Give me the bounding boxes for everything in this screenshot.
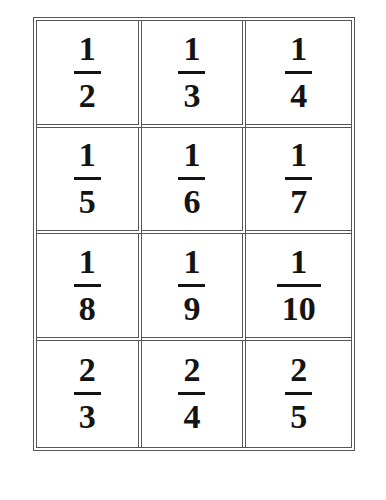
fraction-denominator: 4 — [290, 79, 307, 113]
flashcard-sheet: 1 2 1 3 1 4 1 5 — [0, 0, 386, 500]
fraction-bar — [74, 284, 101, 287]
fraction-card: 1 10 — [246, 234, 351, 341]
fraction-numerator: 1 — [79, 138, 96, 172]
flashcard-grid: 1 2 1 3 1 4 1 5 — [33, 17, 355, 451]
fraction-bar — [285, 177, 312, 180]
fraction-card: 2 3 — [37, 341, 142, 448]
fraction: 2 4 — [183, 353, 200, 434]
fraction-numerator: 2 — [183, 353, 200, 387]
fraction-bar — [178, 392, 205, 395]
fraction-denominator: 3 — [79, 400, 96, 434]
fraction-card: 1 5 — [37, 128, 142, 235]
fraction-denominator: 3 — [183, 79, 200, 113]
fraction-numerator: 1 — [290, 245, 307, 279]
fraction-numerator: 1 — [290, 138, 307, 172]
fraction-bar — [285, 392, 312, 395]
fraction-card: 1 7 — [246, 128, 351, 235]
fraction: 1 6 — [183, 138, 200, 219]
fraction-bar — [285, 71, 312, 74]
fraction-bar — [277, 284, 321, 287]
fraction-card: 1 3 — [142, 21, 247, 128]
fraction: 1 2 — [79, 32, 96, 113]
fraction-denominator: 10 — [282, 292, 316, 326]
fraction-bar — [178, 177, 205, 180]
fraction-denominator: 9 — [183, 292, 200, 326]
fraction-denominator: 5 — [79, 185, 96, 219]
fraction: 1 7 — [290, 138, 307, 219]
fraction-denominator: 6 — [183, 185, 200, 219]
fraction: 1 8 — [79, 245, 96, 326]
fraction: 2 5 — [290, 353, 307, 434]
fraction-numerator: 2 — [79, 353, 96, 387]
fraction-bar — [178, 284, 205, 287]
fraction-card: 2 4 — [142, 341, 247, 448]
fraction: 1 5 — [79, 138, 96, 219]
fraction-denominator: 2 — [79, 79, 96, 113]
fraction: 1 4 — [290, 32, 307, 113]
fraction-bar — [74, 177, 101, 180]
fraction-card: 1 9 — [142, 234, 247, 341]
fraction-numerator: 1 — [183, 138, 200, 172]
fraction-numerator: 1 — [290, 32, 307, 66]
fraction-bar — [74, 71, 101, 74]
fraction: 1 10 — [282, 245, 316, 326]
fraction-numerator: 1 — [79, 32, 96, 66]
fraction-card: 1 8 — [37, 234, 142, 341]
fraction-denominator: 7 — [290, 185, 307, 219]
fraction-numerator: 1 — [79, 245, 96, 279]
fraction-denominator: 8 — [79, 292, 96, 326]
fraction-bar — [178, 71, 205, 74]
fraction-bar — [74, 392, 101, 395]
fraction: 2 3 — [79, 353, 96, 434]
fraction-numerator: 2 — [290, 353, 307, 387]
fraction-denominator: 5 — [290, 400, 307, 434]
fraction-card: 1 2 — [37, 21, 142, 128]
fraction: 1 9 — [183, 245, 200, 326]
fraction-card: 2 5 — [246, 341, 351, 448]
fraction-card: 1 4 — [246, 21, 351, 128]
fraction-denominator: 4 — [183, 400, 200, 434]
fraction-numerator: 1 — [183, 32, 200, 66]
fraction-card: 1 6 — [142, 128, 247, 235]
fraction-numerator: 1 — [183, 245, 200, 279]
fraction: 1 3 — [183, 32, 200, 113]
